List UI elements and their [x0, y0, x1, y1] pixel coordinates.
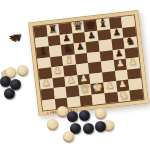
black-pawn-e7: ♟ [85, 30, 99, 40]
black-bishop-a6: ♝ [36, 45, 50, 57]
black-pawn-d6: ♟ [73, 42, 87, 52]
square-f1 [104, 91, 118, 103]
black-checker-disc [67, 111, 78, 122]
chess-board: ♜♛♚♝♟♟♟♝♞♟♞♝♟♟♟♟♟♟♟♛♚♟♟♞ [34, 16, 144, 111]
white-pawn-b4: ♟ [51, 66, 65, 76]
white-bishop-c5: ♝ [62, 53, 76, 65]
square-h1 [129, 89, 143, 101]
black-rook-b8: ♜ [46, 23, 60, 35]
black-bishop-f8: ♝ [96, 17, 110, 29]
square-c1 [67, 96, 81, 108]
square-g1: ♞ [117, 90, 131, 102]
square-d1 [79, 94, 93, 106]
white-pawn-h4: ♟ [126, 57, 140, 67]
white-pawn-g2: ♟ [116, 80, 130, 90]
square-a1 [42, 99, 56, 111]
black-pawn-g7: ♟ [110, 27, 124, 37]
black-knight-c6: ♞ [61, 42, 75, 54]
white-pawn-d3: ♟ [77, 73, 91, 83]
black-pawn-g5: ♟ [112, 48, 126, 58]
white-pawn-c3: ♟ [65, 75, 79, 85]
light-checker-disc [47, 119, 58, 130]
square-e1 [92, 93, 106, 105]
white-pawn-a3: ♟ [40, 78, 54, 88]
white-knight-g1: ♞ [117, 89, 131, 101]
light-checker-disc [63, 131, 74, 142]
white-pawn-f2: ♟ [103, 81, 117, 91]
black-checker-disc [83, 123, 94, 134]
black-checker-disc [95, 121, 106, 132]
black-knight-h6: ♞ [123, 35, 137, 47]
chess-set-photo: ♜♛♚♝♟♟♟♝♞♟♞♝♟♟♟♟♟♟♟♛♚♟♟♞ ♞♞ [0, 0, 150, 150]
fallen-black-knight: ♞ [7, 29, 25, 46]
light-checker-disc [95, 108, 106, 119]
black-checker-disc [4, 88, 15, 99]
black-checker-disc [79, 110, 90, 121]
white-pawn-g4: ♟ [113, 59, 127, 69]
light-checker-disc [17, 65, 28, 76]
board-frame: ♜♛♚♝♟♟♟♝♞♟♞♝♟♟♟♟♟♟♟♛♚♟♟♞ [28, 10, 149, 116]
black-pawn-c7: ♟ [60, 33, 74, 43]
